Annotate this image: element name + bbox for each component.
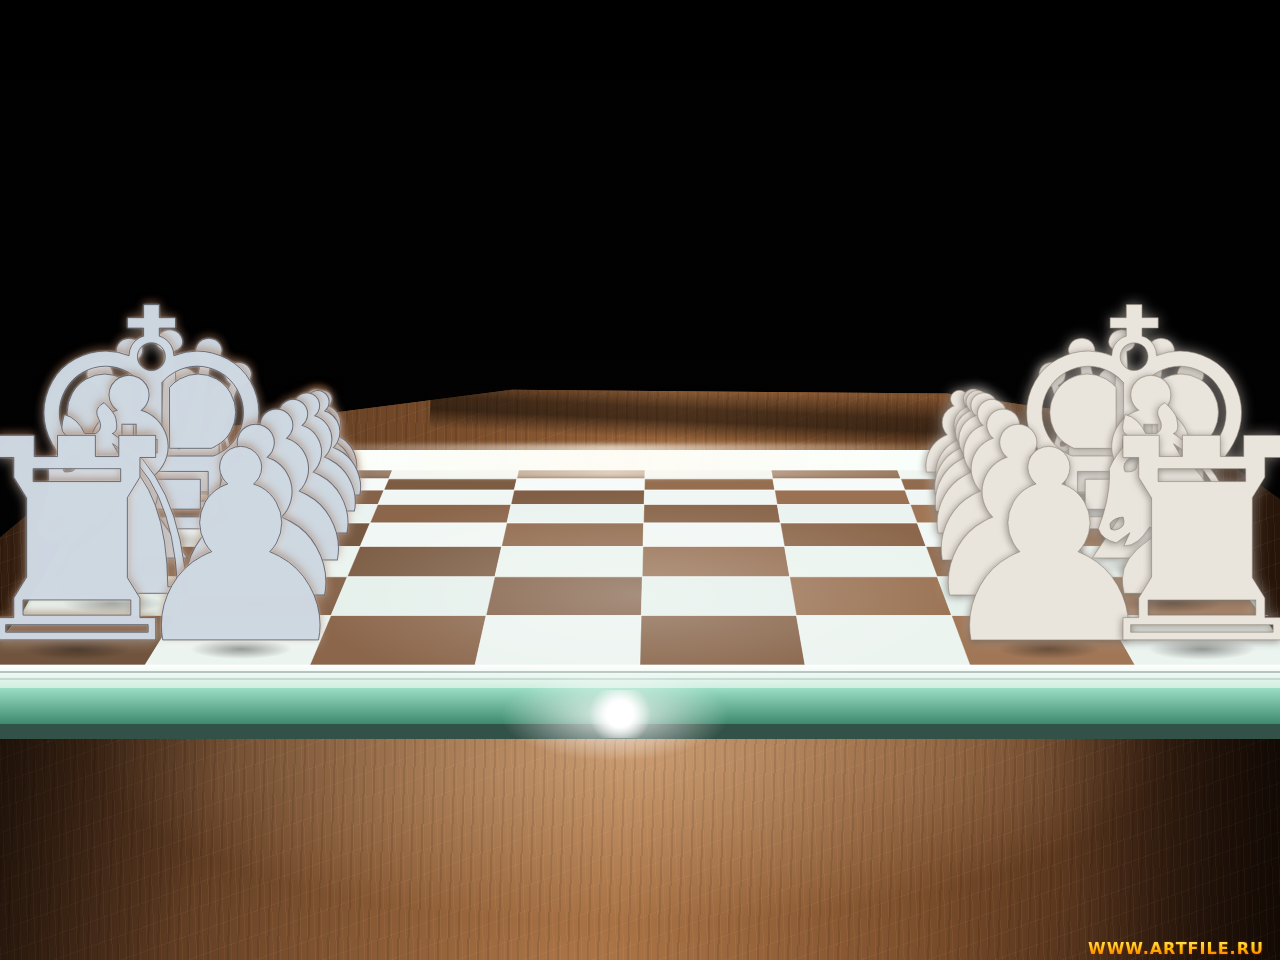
- watermark: www.artfile.ru: [1088, 939, 1264, 958]
- photo-scene: ♜♟♟♜♞♟♟♞♝♟♟♝♛♟♟♛♚♟♟♚♝♟♟♝♞♟♟♞♜♟♟♜ www.art…: [0, 0, 1280, 960]
- pieces-layer: ♜♟♟♜♞♟♟♞♝♟♟♝♛♟♟♛♚♟♟♚♝♟♟♝♞♟♟♞♜♟♟♜: [0, 0, 1280, 960]
- piece-black-pawn-h7[interactable]: ♟: [122, 416, 360, 681]
- piece-white-rook-h1[interactable]: ♜: [1076, 403, 1280, 683]
